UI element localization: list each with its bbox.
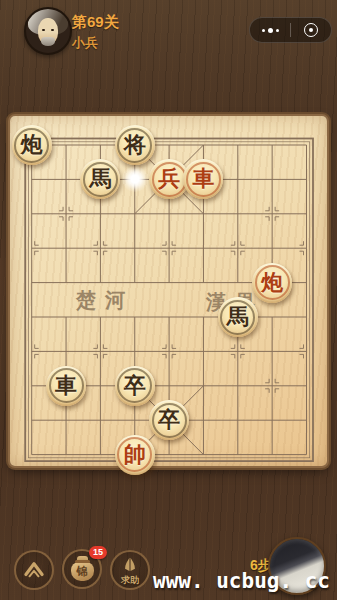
hint-count-badge: 15 bbox=[89, 546, 107, 559]
money-bag-icon: 锦 bbox=[71, 562, 94, 581]
move-highlight-dot bbox=[122, 166, 148, 192]
wechat-capsule bbox=[249, 17, 332, 43]
more-dots-icon bbox=[268, 28, 273, 33]
more-dots-icon bbox=[276, 29, 279, 32]
more-dots-icon bbox=[262, 29, 265, 32]
piece-black-r[interactable]: 車 bbox=[46, 366, 86, 406]
xiangqi-board[interactable]: 楚河 漢界 炮将馬兵車炮馬車卒卒帥 bbox=[10, 116, 327, 466]
app-screen: 第69关 小兵 楚河 漢界 炮将馬兵車炮馬車卒卒帥 锦 bbox=[0, 0, 337, 600]
help-label: 求助 bbox=[112, 574, 148, 587]
level-label: 第69关 bbox=[72, 13, 119, 32]
piece-black-n[interactable]: 馬 bbox=[218, 297, 258, 337]
menu-button[interactable] bbox=[14, 550, 54, 590]
piece-red-k[interactable]: 帥 bbox=[115, 435, 155, 475]
hint-bag-button[interactable]: 锦 15 bbox=[62, 549, 102, 589]
piece-black-p[interactable]: 卒 bbox=[115, 366, 155, 406]
exit-circle-icon bbox=[304, 23, 318, 37]
piece-black-n[interactable]: 馬 bbox=[80, 159, 120, 199]
piece-black-k[interactable]: 将 bbox=[115, 125, 155, 165]
exit-button[interactable] bbox=[291, 18, 331, 42]
more-button[interactable] bbox=[250, 18, 290, 42]
piece-black-c[interactable]: 炮 bbox=[12, 125, 52, 165]
chevron-up-icon bbox=[16, 550, 52, 590]
rank-label: 小兵 bbox=[72, 34, 98, 52]
avatar-beard bbox=[41, 37, 55, 46]
avatar[interactable] bbox=[24, 7, 72, 55]
piece-red-c[interactable]: 炮 bbox=[252, 263, 292, 303]
bag-character: 锦 bbox=[77, 564, 88, 579]
ask-help-button[interactable]: 求助 bbox=[110, 550, 150, 590]
watermark: www. ucbug. cc bbox=[153, 569, 330, 593]
avatar-eyes bbox=[42, 29, 45, 31]
pieces-layer: 炮将馬兵車炮馬車卒卒帥 bbox=[10, 116, 327, 466]
piece-black-p[interactable]: 卒 bbox=[149, 400, 189, 440]
piece-red-r[interactable]: 車 bbox=[183, 159, 223, 199]
